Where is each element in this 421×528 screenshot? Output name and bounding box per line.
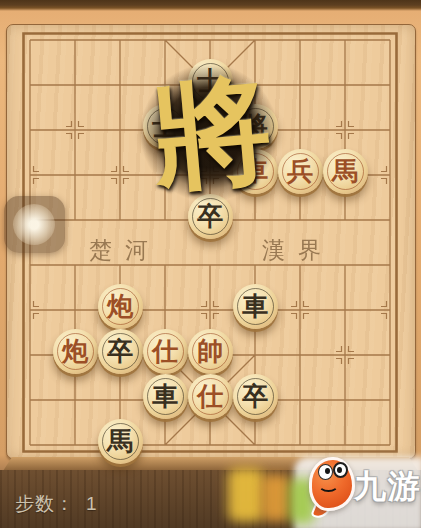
watermark-blur-blob-orange xyxy=(262,474,290,522)
piece-glyph: 將 xyxy=(233,104,278,149)
piece-glyph: 士 xyxy=(143,104,188,149)
river-label-han: 漢界 xyxy=(262,235,334,266)
status-bar: 步数：1 xyxy=(15,491,98,517)
piece-glyph: 帥 xyxy=(188,329,233,374)
piece-black-士[interactable]: 士 xyxy=(188,59,233,104)
watermark-blur-blob-yellow xyxy=(228,468,264,522)
river-label-chu: 楚河 xyxy=(89,235,161,266)
piece-glyph: 炮 xyxy=(53,329,98,374)
floating-assistive-button[interactable] xyxy=(4,196,65,253)
piece-black-車[interactable]: 車 xyxy=(233,284,278,329)
piece-glyph: 仕 xyxy=(143,329,188,374)
mascot-smile xyxy=(318,477,339,492)
floating-button-glow-icon xyxy=(13,204,55,245)
piece-red-仕[interactable]: 仕 xyxy=(188,374,233,419)
steps-value: 1 xyxy=(86,493,98,514)
piece-glyph: 兵 xyxy=(278,149,323,194)
jiuyou-mascot-icon xyxy=(306,455,352,513)
piece-black-卒[interactable]: 卒 xyxy=(233,374,278,419)
piece-black-馬[interactable]: 馬 xyxy=(98,419,143,464)
piece-glyph: 車 xyxy=(233,284,278,329)
piece-glyph: 車 xyxy=(143,374,188,419)
piece-black-將[interactable]: 將 xyxy=(233,104,278,149)
mascot-right-eye xyxy=(333,462,348,478)
piece-glyph: 卒 xyxy=(188,194,233,239)
piece-black-卒[interactable]: 卒 xyxy=(188,194,233,239)
piece-glyph: 炮 xyxy=(98,284,143,329)
piece-black-車[interactable]: 車 xyxy=(143,374,188,419)
piece-red-炮[interactable]: 炮 xyxy=(98,284,143,329)
piece-glyph: 車 xyxy=(233,149,278,194)
piece-glyph: 士 xyxy=(188,59,233,104)
piece-black-士[interactable]: 士 xyxy=(143,104,188,149)
watermark-brand-text: 九游 xyxy=(354,465,421,509)
piece-glyph: 馬 xyxy=(323,149,368,194)
piece-red-車[interactable]: 車 xyxy=(233,149,278,194)
piece-glyph: 馬 xyxy=(98,419,143,464)
jiuyou-watermark[interactable]: 九游 xyxy=(222,452,421,528)
piece-red-兵[interactable]: 兵 xyxy=(278,149,323,194)
steps-label: 步数： xyxy=(15,493,75,514)
piece-glyph: 仕 xyxy=(188,374,233,419)
piece-glyph: 卒 xyxy=(233,374,278,419)
piece-red-帥[interactable]: 帥 xyxy=(188,329,233,374)
xiangqi-game-screen: 楚河 漢界 士士將車兵馬卒炮車炮卒仕帥車仕卒馬 將 步数：1 九游 xyxy=(0,0,421,528)
piece-red-馬[interactable]: 馬 xyxy=(323,149,368,194)
piece-red-炮[interactable]: 炮 xyxy=(53,329,98,374)
piece-red-仕[interactable]: 仕 xyxy=(143,329,188,374)
piece-black-卒[interactable]: 卒 xyxy=(98,329,143,374)
piece-glyph: 卒 xyxy=(98,329,143,374)
